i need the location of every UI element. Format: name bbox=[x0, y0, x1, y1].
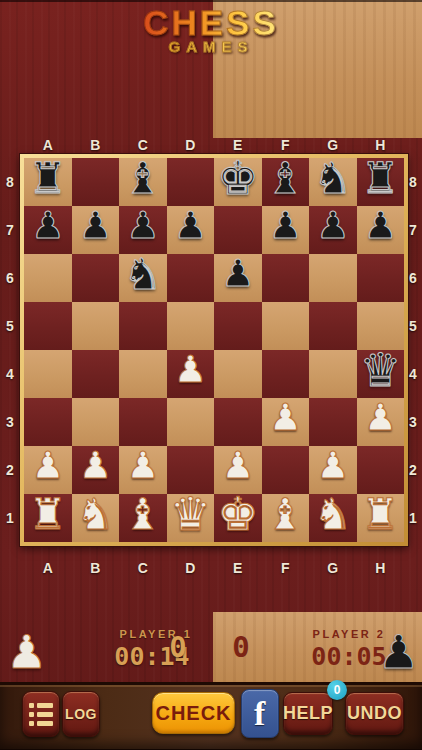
piece-black-pawn[interactable]: ♟ bbox=[214, 250, 262, 298]
rank-label-right-6: 6 bbox=[406, 254, 420, 302]
rank-label-left-7: 7 bbox=[3, 206, 17, 254]
square-g6[interactable] bbox=[309, 254, 357, 302]
square-h7[interactable]: ♟ bbox=[357, 206, 405, 254]
file-label-top-d: D bbox=[167, 137, 215, 154]
player2-capture-count: 0 bbox=[226, 630, 256, 664]
file-label-top-e: E bbox=[214, 137, 262, 154]
file-label-bottom-a: A bbox=[24, 560, 72, 578]
square-h1[interactable]: ♜ bbox=[357, 494, 405, 542]
piece-white-rook[interactable]: ♜ bbox=[24, 490, 72, 538]
square-c2[interactable]: ♟ bbox=[119, 446, 167, 494]
menu-button[interactable] bbox=[22, 691, 60, 737]
piece-white-pawn[interactable]: ♟ bbox=[119, 442, 167, 490]
file-label-top-f: F bbox=[262, 137, 310, 154]
rank-label-right-8: 8 bbox=[406, 158, 420, 206]
square-e7[interactable] bbox=[214, 206, 262, 254]
square-g7[interactable]: ♟ bbox=[309, 206, 357, 254]
rank-label-left-2: 2 bbox=[3, 446, 17, 494]
square-b1[interactable]: ♞ bbox=[72, 494, 120, 542]
piece-black-pawn[interactable]: ♟ bbox=[309, 202, 357, 250]
piece-white-bishop[interactable]: ♝ bbox=[119, 490, 167, 538]
file-label-bottom-d: D bbox=[167, 560, 215, 578]
piece-black-pawn[interactable]: ♟ bbox=[167, 202, 215, 250]
square-d6[interactable] bbox=[167, 254, 215, 302]
piece-white-king[interactable]: ♚ bbox=[214, 490, 262, 538]
file-labels-top: ABCDEFGH bbox=[24, 137, 404, 154]
square-e5[interactable] bbox=[214, 302, 262, 350]
square-d7[interactable]: ♟ bbox=[167, 206, 215, 254]
rank-label-left-8: 8 bbox=[3, 158, 17, 206]
file-label-bottom-b: B bbox=[72, 560, 120, 578]
square-f4[interactable] bbox=[262, 350, 310, 398]
square-g2[interactable]: ♟ bbox=[309, 446, 357, 494]
square-b2[interactable]: ♟ bbox=[72, 446, 120, 494]
help-button[interactable]: HELP bbox=[283, 692, 333, 735]
piece-black-pawn[interactable]: ♟ bbox=[357, 202, 405, 250]
bottom-toolbar: LOG CHECK f HELP UNDO bbox=[0, 682, 422, 750]
facebook-button[interactable]: f bbox=[241, 689, 279, 738]
square-d3[interactable] bbox=[167, 398, 215, 446]
piece-white-queen[interactable]: ♛ bbox=[167, 490, 215, 538]
square-d8[interactable] bbox=[167, 158, 215, 206]
piece-white-rook[interactable]: ♜ bbox=[357, 490, 405, 538]
square-a4[interactable] bbox=[24, 350, 72, 398]
square-f5[interactable] bbox=[262, 302, 310, 350]
square-g5[interactable] bbox=[309, 302, 357, 350]
piece-black-pawn[interactable]: ♟ bbox=[119, 202, 167, 250]
rank-label-right-7: 7 bbox=[406, 206, 420, 254]
piece-white-pawn[interactable]: ♟ bbox=[309, 442, 357, 490]
square-h2[interactable] bbox=[357, 446, 405, 494]
rank-labels-left: 87654321 bbox=[3, 158, 17, 542]
list-icon bbox=[29, 703, 53, 708]
rank-label-right-5: 5 bbox=[406, 302, 420, 350]
piece-black-bishop[interactable]: ♝ bbox=[119, 154, 167, 202]
square-a6[interactable] bbox=[24, 254, 72, 302]
player1-capture-count: 0 bbox=[163, 630, 193, 664]
square-b4[interactable] bbox=[72, 350, 120, 398]
piece-white-pawn[interactable]: ♟ bbox=[24, 442, 72, 490]
file-label-top-h: H bbox=[357, 137, 405, 154]
help-badge: 0 bbox=[327, 680, 347, 700]
rank-label-left-4: 4 bbox=[3, 350, 17, 398]
square-g1[interactable]: ♞ bbox=[309, 494, 357, 542]
rank-label-left-5: 5 bbox=[3, 302, 17, 350]
file-label-bottom-f: F bbox=[262, 560, 310, 578]
piece-white-knight[interactable]: ♞ bbox=[72, 490, 120, 538]
piece-black-pawn[interactable]: ♟ bbox=[72, 202, 120, 250]
piece-black-pawn[interactable]: ♟ bbox=[262, 202, 310, 250]
square-e4[interactable] bbox=[214, 350, 262, 398]
piece-white-pawn[interactable]: ♟ bbox=[357, 394, 405, 442]
square-e3[interactable] bbox=[214, 398, 262, 446]
square-b6[interactable] bbox=[72, 254, 120, 302]
rank-labels-right: 87654321 bbox=[406, 158, 420, 542]
square-g4[interactable] bbox=[309, 350, 357, 398]
file-label-top-g: G bbox=[309, 137, 357, 154]
square-g3[interactable] bbox=[309, 398, 357, 446]
square-f2[interactable] bbox=[262, 446, 310, 494]
rank-label-right-2: 2 bbox=[406, 446, 420, 494]
rank-label-right-3: 3 bbox=[406, 398, 420, 446]
rank-label-right-1: 1 bbox=[406, 494, 420, 542]
piece-white-pawn[interactable]: ♟ bbox=[72, 442, 120, 490]
rank-label-left-1: 1 bbox=[3, 494, 17, 542]
square-f8[interactable]: ♝ bbox=[262, 158, 310, 206]
square-c4[interactable] bbox=[119, 350, 167, 398]
square-a3[interactable] bbox=[24, 398, 72, 446]
square-c1[interactable]: ♝ bbox=[119, 494, 167, 542]
player2-black-pawn-icon: ♟ bbox=[378, 626, 419, 678]
file-label-bottom-g: G bbox=[309, 560, 357, 578]
square-a1[interactable]: ♜ bbox=[24, 494, 72, 542]
piece-black-knight[interactable]: ♞ bbox=[119, 250, 167, 298]
file-label-bottom-c: C bbox=[119, 560, 167, 578]
square-e8[interactable]: ♚ bbox=[214, 158, 262, 206]
piece-white-pawn[interactable]: ♟ bbox=[262, 394, 310, 442]
square-f7[interactable]: ♟ bbox=[262, 206, 310, 254]
top-edge-line bbox=[0, 0, 422, 2]
square-a8[interactable]: ♜ bbox=[24, 158, 72, 206]
square-a7[interactable]: ♟ bbox=[24, 206, 72, 254]
square-f1[interactable]: ♝ bbox=[262, 494, 310, 542]
square-e6[interactable]: ♟ bbox=[214, 254, 262, 302]
log-button[interactable]: LOG bbox=[62, 691, 100, 737]
square-f6[interactable] bbox=[262, 254, 310, 302]
piece-black-queen[interactable]: ♛ bbox=[357, 346, 405, 394]
rank-label-right-4: 4 bbox=[406, 350, 420, 398]
piece-black-knight[interactable]: ♞ bbox=[309, 154, 357, 202]
square-c7[interactable]: ♟ bbox=[119, 206, 167, 254]
rank-label-left-6: 6 bbox=[3, 254, 17, 302]
file-label-top-a: A bbox=[24, 137, 72, 154]
square-f3[interactable]: ♟ bbox=[262, 398, 310, 446]
square-a5[interactable] bbox=[24, 302, 72, 350]
square-e1[interactable]: ♚ bbox=[214, 494, 262, 542]
square-h6[interactable] bbox=[357, 254, 405, 302]
file-labels-bottom: ABCDEFGH bbox=[24, 560, 404, 578]
square-c3[interactable] bbox=[119, 398, 167, 446]
square-c8[interactable]: ♝ bbox=[119, 158, 167, 206]
square-h8[interactable]: ♜ bbox=[357, 158, 405, 206]
piece-black-pawn[interactable]: ♟ bbox=[24, 202, 72, 250]
title-chess: CHESS bbox=[143, 5, 279, 41]
chess-app: CHESS GAMES ABCDEFGH 87654321 87654321 ♜… bbox=[0, 0, 422, 750]
title-games: GAMES bbox=[0, 38, 422, 55]
square-d5[interactable] bbox=[167, 302, 215, 350]
piece-black-rook[interactable]: ♜ bbox=[24, 154, 72, 202]
app-title: CHESS GAMES bbox=[0, 5, 422, 55]
square-d1[interactable]: ♛ bbox=[167, 494, 215, 542]
player1-white-pawn-icon: ♟ bbox=[6, 626, 47, 678]
file-label-bottom-h: H bbox=[357, 560, 405, 578]
piece-black-king[interactable]: ♚ bbox=[214, 154, 262, 202]
square-h4[interactable]: ♛ bbox=[357, 350, 405, 398]
square-h3[interactable]: ♟ bbox=[357, 398, 405, 446]
rank-label-left-3: 3 bbox=[3, 398, 17, 446]
check-button[interactable]: CHECK bbox=[152, 692, 235, 734]
file-label-top-c: C bbox=[119, 137, 167, 154]
square-c6[interactable]: ♞ bbox=[119, 254, 167, 302]
undo-button[interactable]: UNDO bbox=[345, 692, 404, 735]
file-label-top-b: B bbox=[72, 137, 120, 154]
piece-white-pawn[interactable]: ♟ bbox=[167, 346, 215, 394]
square-g8[interactable]: ♞ bbox=[309, 158, 357, 206]
board-frame: ♜♝♚♝♞♜♟♟♟♟♟♟♟♞♟♟♛♟♟♟♟♟♟♟♜♞♝♛♚♝♞♜ bbox=[20, 154, 408, 546]
file-label-bottom-e: E bbox=[214, 560, 262, 578]
piece-black-rook[interactable]: ♜ bbox=[357, 154, 405, 202]
board: ♜♝♚♝♞♜♟♟♟♟♟♟♟♞♟♟♛♟♟♟♟♟♟♟♜♞♝♛♚♝♞♜ bbox=[24, 158, 404, 542]
square-d4[interactable]: ♟ bbox=[167, 350, 215, 398]
square-b5[interactable] bbox=[72, 302, 120, 350]
piece-white-pawn[interactable]: ♟ bbox=[214, 442, 262, 490]
square-b7[interactable]: ♟ bbox=[72, 206, 120, 254]
piece-black-bishop[interactable]: ♝ bbox=[262, 154, 310, 202]
piece-white-knight[interactable]: ♞ bbox=[309, 490, 357, 538]
square-b3[interactable] bbox=[72, 398, 120, 446]
square-c5[interactable] bbox=[119, 302, 167, 350]
square-a2[interactable]: ♟ bbox=[24, 446, 72, 494]
square-b8[interactable] bbox=[72, 158, 120, 206]
piece-white-bishop[interactable]: ♝ bbox=[262, 490, 310, 538]
